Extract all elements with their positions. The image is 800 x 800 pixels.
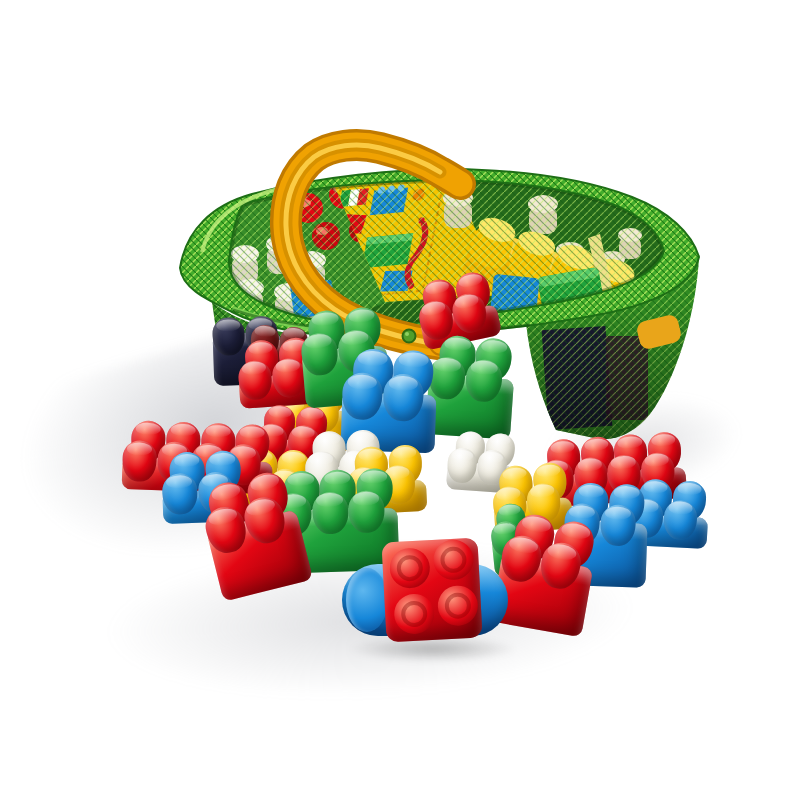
roller-block-cylinder-cap [346, 568, 388, 632]
roller-block-saddle [381, 538, 482, 643]
roller-block-saddle-stud [393, 593, 435, 635]
green-3x2-center-stud [311, 491, 348, 535]
roller-block [342, 540, 532, 680]
roller-block-saddle-stud [432, 539, 474, 581]
roller-block-saddle-stud [389, 547, 431, 589]
roller-block-saddle-stud [437, 585, 479, 627]
product-photo-canvas [0, 0, 800, 800]
blocks-pile [0, 0, 800, 800]
